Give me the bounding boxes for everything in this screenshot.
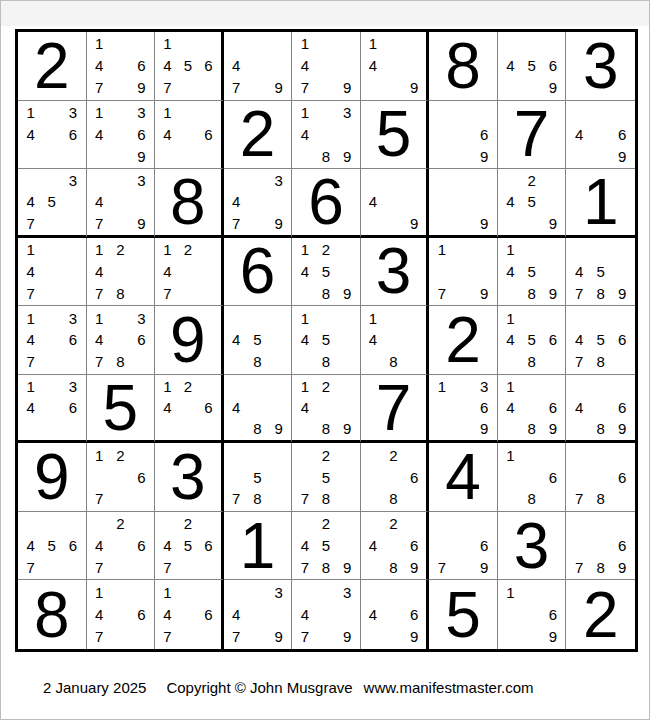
empty-slot xyxy=(62,513,83,535)
candidate-digit: 6 xyxy=(542,55,563,77)
candidate-digit: 8 xyxy=(383,488,404,510)
candidate-digit: 9 xyxy=(542,418,563,439)
empty-slot xyxy=(268,33,289,55)
empty-slot xyxy=(178,102,199,124)
empty-slot xyxy=(110,329,131,351)
empty-slot xyxy=(337,33,358,55)
empty-slot xyxy=(41,123,62,145)
cell-r3c9: 1 xyxy=(566,169,635,238)
empty-slot xyxy=(268,444,289,466)
empty-slot xyxy=(131,513,152,535)
candidate-digit: 3 xyxy=(268,170,289,191)
candidate-digit: 7 xyxy=(20,351,41,373)
candidate-digit: 3 xyxy=(337,102,358,124)
cell-r2c4: 2 xyxy=(224,101,293,170)
empty-slot xyxy=(20,145,41,167)
candidate-digit: 8 xyxy=(247,488,268,510)
top-strip xyxy=(1,1,649,26)
empty-slot xyxy=(590,466,612,488)
candidate-digit: 4 xyxy=(226,55,247,77)
empty-slot xyxy=(590,535,612,557)
empty-slot xyxy=(247,212,268,233)
empty-slot xyxy=(110,261,131,283)
cell-r1c8: 4569 xyxy=(498,32,567,101)
empty-slot xyxy=(337,376,358,397)
candidate-grid: 45789 xyxy=(566,238,635,306)
cell-r1c9: 3 xyxy=(566,32,635,101)
candidate-digit: 2 xyxy=(178,376,199,397)
cell-r5c7: 2 xyxy=(429,306,498,375)
footer: 2 January 2025Copyright © John Musgravew… xyxy=(43,679,534,696)
empty-slot xyxy=(453,282,474,304)
solved-digit: 4 xyxy=(445,445,481,509)
candidate-digit: 7 xyxy=(89,282,110,304)
empty-slot xyxy=(110,33,131,55)
candidate-digit: 1 xyxy=(20,307,41,329)
empty-slot xyxy=(41,329,62,351)
candidate-digit: 6 xyxy=(611,535,633,557)
empty-slot xyxy=(521,376,542,397)
empty-slot xyxy=(198,239,219,261)
candidate-digit: 1 xyxy=(294,102,315,124)
candidate-digit: 4 xyxy=(157,123,178,145)
candidate-digit: 5 xyxy=(315,466,336,488)
empty-slot xyxy=(590,307,612,329)
empty-slot xyxy=(453,170,474,191)
empty-slot xyxy=(294,282,315,304)
cell-r9c8: 169 xyxy=(498,580,567,649)
candidate-digit: 3 xyxy=(337,581,358,603)
cell-r3c3: 8 xyxy=(155,169,224,238)
candidate-digit: 6 xyxy=(404,535,425,557)
candidate-digit: 6 xyxy=(198,535,219,557)
candidate-digit: 5 xyxy=(521,329,542,351)
candidate-digit: 4 xyxy=(157,55,178,77)
empty-slot xyxy=(500,466,521,488)
empty-slot xyxy=(198,376,219,397)
cell-r8c8: 3 xyxy=(498,512,567,581)
empty-slot xyxy=(383,329,404,351)
empty-slot xyxy=(110,145,131,167)
cell-r7c9: 678 xyxy=(566,443,635,512)
candidate-digit: 7 xyxy=(89,557,110,579)
candidate-grid: 1246 xyxy=(155,375,221,441)
empty-slot xyxy=(41,307,62,329)
candidate-digit: 9 xyxy=(131,145,152,167)
empty-slot xyxy=(268,329,289,351)
cell-r9c9: 2 xyxy=(566,580,635,649)
empty-slot xyxy=(431,261,452,283)
empty-slot xyxy=(247,307,268,329)
empty-slot xyxy=(110,488,131,510)
empty-slot xyxy=(568,145,590,167)
candidate-digit: 4 xyxy=(294,261,315,283)
candidate-digit: 5 xyxy=(315,329,336,351)
candidate-digit: 8 xyxy=(315,351,336,373)
empty-slot xyxy=(363,466,384,488)
candidate-grid: 12489 xyxy=(292,375,360,441)
empty-slot xyxy=(89,170,110,191)
solved-digit: 1 xyxy=(583,170,619,234)
empty-slot xyxy=(131,581,152,603)
candidate-digit: 1 xyxy=(157,581,178,603)
empty-slot xyxy=(131,33,152,55)
empty-slot xyxy=(247,626,268,648)
candidate-digit: 2 xyxy=(178,239,199,261)
cell-r1c4: 479 xyxy=(224,32,293,101)
candidate-grid: 124589 xyxy=(292,238,360,306)
empty-slot xyxy=(590,145,612,167)
candidate-digit: 6 xyxy=(131,123,152,145)
candidate-digit: 4 xyxy=(226,191,247,212)
cell-r2c9: 469 xyxy=(566,101,635,170)
candidate-digit: 6 xyxy=(542,397,563,418)
candidate-digit: 3 xyxy=(62,170,83,191)
cell-r9c3: 1467 xyxy=(155,580,224,649)
empty-slot xyxy=(247,77,268,99)
candidate-digit: 1 xyxy=(294,376,315,397)
footer-date: 2 January 2025 xyxy=(43,679,146,696)
empty-slot xyxy=(294,444,315,466)
empty-slot xyxy=(315,604,336,626)
candidate-digit: 4 xyxy=(568,329,590,351)
cell-r3c2: 3479 xyxy=(87,169,156,238)
candidate-digit: 9 xyxy=(131,212,152,233)
empty-slot xyxy=(590,239,612,261)
cell-r8c1: 4567 xyxy=(18,512,87,581)
empty-slot xyxy=(611,513,633,535)
candidate-digit: 7 xyxy=(568,282,590,304)
candidate-digit: 4 xyxy=(89,123,110,145)
empty-slot xyxy=(363,513,384,535)
candidate-digit: 4 xyxy=(294,329,315,351)
empty-slot xyxy=(568,418,590,439)
candidate-digit: 4 xyxy=(157,535,178,557)
candidate-digit: 2 xyxy=(315,513,336,535)
cell-r9c7: 5 xyxy=(429,580,498,649)
candidate-digit: 9 xyxy=(611,145,633,167)
empty-slot xyxy=(337,123,358,145)
candidate-digit: 7 xyxy=(89,212,110,233)
empty-slot xyxy=(131,557,152,579)
solved-digit: 3 xyxy=(583,34,619,98)
empty-slot xyxy=(474,191,495,212)
empty-slot xyxy=(315,33,336,55)
empty-slot xyxy=(268,191,289,212)
candidate-digit: 9 xyxy=(337,418,358,439)
empty-slot xyxy=(294,513,315,535)
cell-r2c2: 13469 xyxy=(87,101,156,170)
empty-slot xyxy=(542,33,563,55)
empty-slot xyxy=(62,557,83,579)
empty-slot xyxy=(337,329,358,351)
empty-slot xyxy=(315,102,336,124)
candidate-digit: 6 xyxy=(611,466,633,488)
empty-slot xyxy=(404,581,425,603)
empty-slot xyxy=(383,626,404,648)
candidate-digit: 2 xyxy=(315,376,336,397)
empty-slot xyxy=(363,212,384,233)
empty-slot xyxy=(363,170,384,191)
empty-slot xyxy=(62,212,83,233)
empty-slot xyxy=(590,376,612,397)
candidate-grid: 14689 xyxy=(498,375,566,441)
empty-slot xyxy=(62,351,83,373)
candidate-grid: 13469 xyxy=(87,101,155,169)
empty-slot xyxy=(383,535,404,557)
candidate-digit: 7 xyxy=(431,282,452,304)
candidate-digit: 4 xyxy=(568,261,590,283)
candidate-digit: 1 xyxy=(89,102,110,124)
empty-slot xyxy=(568,513,590,535)
candidate-digit: 8 xyxy=(315,418,336,439)
cell-r5c4: 458 xyxy=(224,306,293,375)
empty-slot xyxy=(453,145,474,167)
candidate-digit: 9 xyxy=(337,282,358,304)
candidate-digit: 9 xyxy=(542,212,563,233)
empty-slot xyxy=(178,33,199,55)
cell-r8c5: 245789 xyxy=(292,512,361,581)
empty-slot xyxy=(131,626,152,648)
empty-slot xyxy=(131,444,152,466)
candidate-digit: 5 xyxy=(315,535,336,557)
candidate-digit: 3 xyxy=(131,102,152,124)
cell-r5c2: 134678 xyxy=(87,306,156,375)
candidate-grid: 24689 xyxy=(361,512,427,580)
empty-slot xyxy=(500,282,521,304)
candidate-digit: 1 xyxy=(89,581,110,603)
candidate-digit: 1 xyxy=(89,239,110,261)
empty-slot xyxy=(453,261,474,283)
solved-digit: 7 xyxy=(376,376,412,440)
candidate-digit: 8 xyxy=(521,351,542,373)
candidate-digit: 5 xyxy=(315,261,336,283)
candidate-grid: 678 xyxy=(566,443,635,511)
solved-digit: 3 xyxy=(514,514,550,578)
empty-slot xyxy=(431,145,452,167)
candidate-digit: 2 xyxy=(110,444,131,466)
candidate-digit: 6 xyxy=(198,55,219,77)
empty-slot xyxy=(268,466,289,488)
empty-slot xyxy=(404,444,425,466)
cell-r8c4: 1 xyxy=(224,512,293,581)
solved-digit: 9 xyxy=(34,445,70,509)
cell-r7c2: 1267 xyxy=(87,443,156,512)
empty-slot xyxy=(431,535,452,557)
candidate-digit: 5 xyxy=(41,535,62,557)
candidate-digit: 7 xyxy=(20,212,41,233)
empty-slot xyxy=(453,102,474,124)
empty-slot xyxy=(41,261,62,283)
empty-slot xyxy=(41,351,62,373)
cell-r9c2: 1467 xyxy=(87,580,156,649)
candidate-digit: 3 xyxy=(131,307,152,329)
candidate-digit: 7 xyxy=(20,282,41,304)
empty-slot xyxy=(404,488,425,510)
empty-slot xyxy=(431,513,452,535)
empty-slot xyxy=(568,466,590,488)
solved-digit: 3 xyxy=(170,445,206,509)
footer-copyright: Copyright © John Musgrave xyxy=(166,679,352,696)
candidate-digit: 7 xyxy=(157,77,178,99)
empty-slot xyxy=(337,466,358,488)
empty-slot xyxy=(542,261,563,283)
candidate-digit: 7 xyxy=(89,77,110,99)
candidate-digit: 4 xyxy=(89,261,110,283)
empty-slot xyxy=(226,170,247,191)
empty-slot xyxy=(431,170,452,191)
candidate-digit: 6 xyxy=(404,604,425,626)
candidate-digit: 2 xyxy=(383,444,404,466)
candidate-digit: 8 xyxy=(590,282,612,304)
empty-slot xyxy=(226,581,247,603)
cell-r5c3: 9 xyxy=(155,306,224,375)
candidate-grid: 147 xyxy=(18,238,86,306)
empty-slot xyxy=(453,239,474,261)
empty-slot xyxy=(268,307,289,329)
candidate-digit: 5 xyxy=(247,466,268,488)
candidate-digit: 4 xyxy=(294,604,315,626)
candidate-digit: 6 xyxy=(474,397,495,418)
empty-slot xyxy=(568,239,590,261)
candidate-digit: 9 xyxy=(268,212,289,233)
empty-slot xyxy=(198,102,219,124)
candidate-digit: 1 xyxy=(157,376,178,397)
cell-r8c2: 2467 xyxy=(87,512,156,581)
empty-slot xyxy=(268,604,289,626)
candidate-grid: 1467 xyxy=(87,580,155,649)
cell-r9c5: 3479 xyxy=(292,580,361,649)
cell-r7c5: 2578 xyxy=(292,443,361,512)
empty-slot xyxy=(404,513,425,535)
candidate-grid: 679 xyxy=(429,512,497,580)
empty-slot xyxy=(315,626,336,648)
cell-r2c1: 1346 xyxy=(18,101,87,170)
candidate-grid: 13467 xyxy=(18,306,86,374)
candidate-digit: 9 xyxy=(337,145,358,167)
candidate-digit: 1 xyxy=(363,307,384,329)
candidate-digit: 9 xyxy=(611,418,633,439)
candidate-grid: 3457 xyxy=(18,169,86,235)
empty-slot xyxy=(611,261,633,283)
empty-slot xyxy=(294,418,315,439)
candidate-digit: 4 xyxy=(20,535,41,557)
candidate-digit: 1 xyxy=(500,376,521,397)
empty-slot xyxy=(500,77,521,99)
empty-slot xyxy=(20,170,41,191)
empty-slot xyxy=(198,557,219,579)
candidate-digit: 7 xyxy=(157,282,178,304)
candidate-digit: 8 xyxy=(590,488,612,510)
candidate-digit: 1 xyxy=(89,33,110,55)
empty-slot xyxy=(383,77,404,99)
empty-slot xyxy=(500,604,521,626)
empty-slot xyxy=(453,212,474,233)
cell-r6c2: 5 xyxy=(87,375,156,444)
sudoku-board: 2146791456747914791498456931346134691462… xyxy=(15,29,638,652)
empty-slot xyxy=(431,212,452,233)
empty-slot xyxy=(198,418,219,439)
solved-digit: 8 xyxy=(170,170,206,234)
candidate-digit: 6 xyxy=(131,535,152,557)
empty-slot xyxy=(62,261,83,283)
empty-slot xyxy=(157,513,178,535)
candidate-digit: 9 xyxy=(268,418,289,439)
candidate-digit: 9 xyxy=(268,626,289,648)
empty-slot xyxy=(542,191,563,212)
cell-r3c6: 49 xyxy=(361,169,430,238)
candidate-digit: 6 xyxy=(611,397,633,418)
cell-r5c5: 1458 xyxy=(292,306,361,375)
candidate-digit: 2 xyxy=(521,170,542,191)
empty-slot xyxy=(474,261,495,283)
empty-slot xyxy=(363,626,384,648)
candidate-digit: 1 xyxy=(20,102,41,124)
candidate-digit: 8 xyxy=(247,418,268,439)
empty-slot xyxy=(198,513,219,535)
candidate-digit: 6 xyxy=(198,604,219,626)
cell-r3c8: 2459 xyxy=(498,169,567,238)
candidate-grid: 6789 xyxy=(566,512,635,580)
candidate-digit: 9 xyxy=(474,212,495,233)
empty-slot xyxy=(568,102,590,124)
empty-slot xyxy=(315,77,336,99)
candidate-digit: 7 xyxy=(89,351,110,373)
candidate-digit: 4 xyxy=(157,604,178,626)
candidate-digit: 9 xyxy=(131,77,152,99)
empty-slot xyxy=(337,351,358,373)
empty-slot xyxy=(110,581,131,603)
empty-slot xyxy=(247,170,268,191)
candidate-digit: 4 xyxy=(20,261,41,283)
cell-r5c1: 13467 xyxy=(18,306,87,375)
candidate-digit: 6 xyxy=(198,397,219,418)
empty-slot xyxy=(474,102,495,124)
cell-r9c1: 8 xyxy=(18,580,87,649)
candidate-digit: 4 xyxy=(500,397,521,418)
empty-slot xyxy=(178,282,199,304)
empty-slot xyxy=(431,123,452,145)
candidate-grid: 169 xyxy=(498,580,566,649)
empty-slot xyxy=(453,418,474,439)
candidate-digit: 4 xyxy=(20,397,41,418)
solved-digit: 5 xyxy=(376,102,412,166)
candidate-grid: 268 xyxy=(361,443,427,511)
candidate-digit: 2 xyxy=(110,239,131,261)
empty-slot xyxy=(383,33,404,55)
cell-r1c3: 14567 xyxy=(155,32,224,101)
candidate-grid: 1247 xyxy=(155,238,221,306)
empty-slot xyxy=(178,261,199,283)
candidate-grid: 14568 xyxy=(498,306,566,374)
empty-slot xyxy=(337,444,358,466)
candidate-digit: 4 xyxy=(363,55,384,77)
candidate-digit: 6 xyxy=(62,535,83,557)
empty-slot xyxy=(431,191,452,212)
candidate-digit: 5 xyxy=(41,191,62,212)
cell-r6c8: 14689 xyxy=(498,375,567,444)
empty-slot xyxy=(611,488,633,510)
candidate-digit: 4 xyxy=(89,329,110,351)
candidate-digit: 8 xyxy=(590,351,612,373)
empty-slot xyxy=(404,55,425,77)
empty-slot xyxy=(62,145,83,167)
candidate-grid: 2459 xyxy=(498,169,566,235)
empty-slot xyxy=(294,145,315,167)
candidate-grid: 1346 xyxy=(18,375,86,441)
cell-r3c7: 9 xyxy=(429,169,498,238)
candidate-digit: 6 xyxy=(542,466,563,488)
